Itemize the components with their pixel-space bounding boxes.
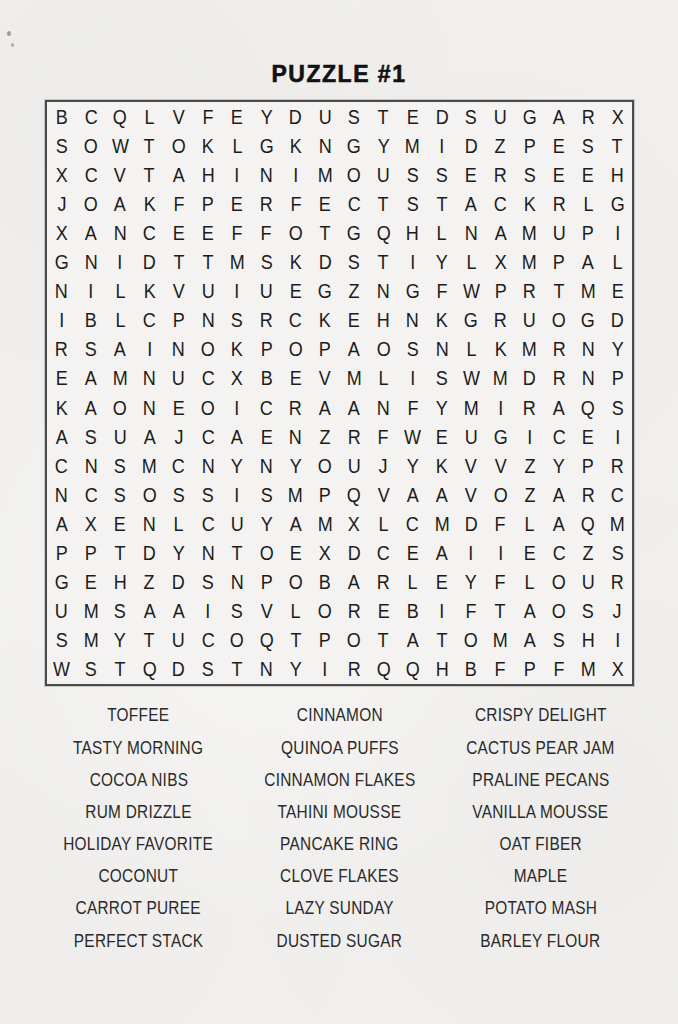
grid-cell: O [544, 597, 573, 626]
grid-cell: S [603, 393, 632, 422]
grid-cell: E [106, 509, 135, 538]
grid-cell: M [135, 451, 164, 480]
grid-cell: C [135, 306, 164, 335]
word-list-item: OAT FIBER [440, 836, 641, 854]
grid-cell: S [427, 364, 456, 393]
grid-cell: C [486, 189, 515, 218]
grid-cell: A [281, 509, 310, 538]
grid-cell: T [486, 597, 515, 626]
grid-cell: I [515, 422, 544, 451]
grid-cell: S [398, 189, 427, 218]
grid-cell: O [544, 306, 573, 335]
grid-cell: G [310, 277, 339, 306]
grid-cell: M [76, 597, 105, 626]
word-list-item: PANCAKE RING [239, 836, 440, 854]
grid-cell: S [164, 480, 193, 509]
grid-cell: E [281, 277, 310, 306]
grid-cell: J [164, 422, 193, 451]
grid-cell: Q [369, 218, 398, 247]
grid-cell: P [574, 451, 603, 480]
grid-cell: P [310, 626, 339, 655]
grid-cell: E [369, 597, 398, 626]
grid-cell: H [106, 568, 135, 597]
grid-cell: X [340, 509, 369, 538]
grid-cell: D [135, 248, 164, 277]
grid-cell: Y [427, 393, 456, 422]
grid-cell: E [574, 422, 603, 451]
grid-cell: Z [574, 539, 603, 568]
grid-cell: A [135, 597, 164, 626]
grid-cell: A [544, 393, 573, 422]
grid-cell: S [193, 480, 222, 509]
grid-cell: Y [457, 568, 486, 597]
grid-cell: T [223, 539, 252, 568]
grid-cell: Z [135, 568, 164, 597]
grid-cell: T [544, 277, 573, 306]
grid-cell: D [310, 248, 339, 277]
grid-cell: P [515, 131, 544, 160]
grid-cell: V [164, 102, 193, 131]
grid-cell: M [223, 248, 252, 277]
word-list-item: PERFECT STACK [38, 933, 239, 951]
grid-cell: S [193, 568, 222, 597]
grid-cell: K [281, 131, 310, 160]
grid-cell: E [281, 539, 310, 568]
word-search-grid: BCQLVFEYDUSTEDSUGARXSOWTOKLGKNGYMIDZPEST… [45, 100, 634, 686]
grid-cell: N [193, 306, 222, 335]
grid-cell: E [457, 160, 486, 189]
grid-cell: G [486, 422, 515, 451]
grid-cell: Y [398, 451, 427, 480]
grid-cell: C [193, 509, 222, 538]
grid-cell: O [76, 131, 105, 160]
grid-cell: R [603, 451, 632, 480]
paper-speck [7, 31, 11, 36]
grid-cell: W [47, 655, 76, 684]
grid-cell: M [574, 655, 603, 684]
grid-cell: R [544, 335, 573, 364]
grid-cell: E [515, 539, 544, 568]
grid-cell: X [47, 218, 76, 247]
grid-cell: N [252, 655, 281, 684]
grid-cell: R [544, 189, 573, 218]
grid-cell: T [427, 626, 456, 655]
grid-cell: I [603, 422, 632, 451]
grid-cell: C [76, 480, 105, 509]
grid-cell: X [47, 160, 76, 189]
grid-cell: M [603, 509, 632, 538]
grid-cell: W [398, 422, 427, 451]
grid-cell: I [427, 597, 456, 626]
grid-cell: P [603, 364, 632, 393]
grid-cell: A [544, 509, 573, 538]
grid-cell: M [310, 509, 339, 538]
grid-cell: U [515, 306, 544, 335]
grid-cell: D [164, 568, 193, 597]
grid-cell: T [369, 189, 398, 218]
grid-cell: P [47, 539, 76, 568]
grid-cell: C [193, 422, 222, 451]
grid-cell: U [223, 509, 252, 538]
grid-cell: S [193, 655, 222, 684]
grid-cell: U [193, 277, 222, 306]
grid-cell: M [281, 480, 310, 509]
grid-cell: S [398, 335, 427, 364]
grid-cell: I [135, 335, 164, 364]
grid-cell: T [135, 131, 164, 160]
grid-cell: D [457, 509, 486, 538]
word-list-item: COCONUT [38, 868, 239, 886]
grid-cell: X [223, 364, 252, 393]
grid-cell: R [486, 306, 515, 335]
grid-cell: S [544, 626, 573, 655]
word-list-item: CACTUS PEAR JAM [440, 740, 641, 758]
grid-cell: G [340, 131, 369, 160]
grid-cell: D [340, 539, 369, 568]
grid-cell: M [76, 626, 105, 655]
grid-cell: P [252, 568, 281, 597]
grid-cell: D [515, 364, 544, 393]
grid-cell: A [164, 597, 193, 626]
grid-cell: A [544, 102, 573, 131]
grid-cell: L [106, 277, 135, 306]
grid-cell: V [252, 597, 281, 626]
grid-cell: L [398, 568, 427, 597]
grid-cell: A [398, 480, 427, 509]
grid-cell: K [515, 189, 544, 218]
grid-cell: T [164, 248, 193, 277]
grid-cell: W [106, 131, 135, 160]
grid-cell: M [106, 364, 135, 393]
grid-cell: I [223, 393, 252, 422]
grid-cell: N [574, 335, 603, 364]
grid-cell: N [76, 248, 105, 277]
grid-cell: E [223, 189, 252, 218]
word-list-item: LAZY SUNDAY [239, 900, 440, 918]
grid-cell: K [427, 306, 456, 335]
grid-cell: O [76, 189, 105, 218]
puzzle-title: PUZZLE #1 [0, 61, 678, 88]
grid-cell: A [76, 393, 105, 422]
grid-cell: V [457, 480, 486, 509]
grid-cell: N [252, 160, 281, 189]
grid-cell: R [340, 422, 369, 451]
grid-cell: D [457, 131, 486, 160]
word-list-item: BARLEY FLOUR [440, 933, 641, 951]
grid-cell: Q [398, 655, 427, 684]
grid-cell: N [47, 277, 76, 306]
grid-cell: I [398, 364, 427, 393]
grid-cell: N [427, 335, 456, 364]
grid-cell: C [135, 218, 164, 247]
grid-cell: E [603, 277, 632, 306]
grid-cell: G [574, 306, 603, 335]
grid-cell: F [486, 655, 515, 684]
grid-cell: C [193, 626, 222, 655]
grid-cell: E [398, 539, 427, 568]
grid-cell: N [76, 451, 105, 480]
grid-cell: Y [427, 248, 456, 277]
grid-cell: Q [574, 509, 603, 538]
grid-cell: I [603, 218, 632, 247]
grid-cell: K [427, 451, 456, 480]
grid-cell: C [398, 509, 427, 538]
grid-cell: C [369, 539, 398, 568]
grid-cell: F [252, 218, 281, 247]
grid-cell: S [76, 422, 105, 451]
grid-cell: Z [310, 422, 339, 451]
grid-cell: B [252, 364, 281, 393]
grid-cell: N [106, 218, 135, 247]
grid-cell: U [47, 597, 76, 626]
grid-cell: S [603, 539, 632, 568]
grid-cell: C [340, 189, 369, 218]
grid-cell: S [106, 451, 135, 480]
grid-cell: G [47, 568, 76, 597]
grid-cell: U [252, 277, 281, 306]
grid-cell: A [340, 335, 369, 364]
grid-cell: Z [515, 480, 544, 509]
grid-cell: T [369, 248, 398, 277]
grid-cell: B [398, 597, 427, 626]
grid-cell: T [223, 655, 252, 684]
grid-cell: E [544, 160, 573, 189]
grid-cell: P [193, 189, 222, 218]
grid-cell: S [47, 626, 76, 655]
grid-cell: S [574, 131, 603, 160]
grid-cell: V [457, 451, 486, 480]
grid-cell: N [193, 539, 222, 568]
grid-cell: T [603, 131, 632, 160]
grid-cell: R [603, 568, 632, 597]
grid-cell: Y [223, 451, 252, 480]
grid-cell: A [340, 568, 369, 597]
word-list-item: QUINOA PUFFS [239, 740, 440, 758]
grid-cell: T [281, 626, 310, 655]
grid-cell: S [76, 335, 105, 364]
grid-cell: A [486, 218, 515, 247]
grid-cell: A [106, 189, 135, 218]
word-list-item: PRALINE PECANS [440, 772, 641, 790]
grid-cell: R [340, 655, 369, 684]
grid-cell: I [76, 277, 105, 306]
grid-cell: F [486, 509, 515, 538]
grid-cell: J [47, 189, 76, 218]
grid-cell: Q [135, 655, 164, 684]
grid-cell: K [135, 277, 164, 306]
grid-cell: F [369, 422, 398, 451]
grid-cell: G [603, 189, 632, 218]
grid-cell: S [106, 597, 135, 626]
grid-cell: Z [486, 131, 515, 160]
grid-cell: L [281, 597, 310, 626]
grid-cell: A [427, 539, 456, 568]
grid-cell: Y [281, 655, 310, 684]
grid-cell: R [252, 306, 281, 335]
grid-cell: E [544, 131, 573, 160]
grid-cell: N [369, 393, 398, 422]
grid-cell: A [76, 364, 105, 393]
grid-cell: R [486, 160, 515, 189]
grid-cell: F [457, 597, 486, 626]
grid-cell: N [164, 335, 193, 364]
grid-cell: K [135, 189, 164, 218]
grid-cell: E [340, 306, 369, 335]
grid-cell: M [398, 131, 427, 160]
word-list-item: MAPLE [440, 868, 641, 886]
word-list-item: CINNAMON FLAKES [239, 772, 440, 790]
grid-cell: X [603, 655, 632, 684]
grid-cell: S [47, 131, 76, 160]
grid-cell: M [486, 364, 515, 393]
grid-cell: R [574, 102, 603, 131]
grid-cell: E [193, 218, 222, 247]
grid-cell: H [574, 626, 603, 655]
grid-cell: S [76, 655, 105, 684]
grid-cell: J [603, 597, 632, 626]
grid-cell: S [252, 480, 281, 509]
grid-cell: E [252, 422, 281, 451]
grid-cell: H [369, 306, 398, 335]
grid-cell: J [369, 451, 398, 480]
grid-cell: X [603, 102, 632, 131]
grid-cell: L [515, 568, 544, 597]
grid-cell: A [515, 597, 544, 626]
grid-cell: G [398, 277, 427, 306]
grid-cell: C [544, 422, 573, 451]
grid-cell: Y [106, 626, 135, 655]
grid-cell: N [252, 451, 281, 480]
grid-cell: N [281, 422, 310, 451]
grid-cell: N [193, 451, 222, 480]
grid-cell: N [135, 364, 164, 393]
word-list-item: TAHINI MOUSSE [239, 804, 440, 822]
paper-speck [11, 43, 14, 47]
grid-cell: I [223, 480, 252, 509]
grid-cell: E [398, 102, 427, 131]
grid-cell: Q [369, 655, 398, 684]
grid-cell: O [223, 626, 252, 655]
grid-cell: R [515, 277, 544, 306]
grid-cell: L [574, 189, 603, 218]
grid-cell: R [252, 189, 281, 218]
grid-cell: L [369, 364, 398, 393]
grid-cell: N [398, 306, 427, 335]
grid-cell: E [427, 568, 456, 597]
grid-cell: A [515, 626, 544, 655]
grid-cell: B [76, 306, 105, 335]
grid-cell: T [106, 539, 135, 568]
grid-cell: D [135, 539, 164, 568]
grid-cell: P [544, 248, 573, 277]
grid-cell: R [369, 568, 398, 597]
grid-cell: E [281, 364, 310, 393]
grid-cell: M [340, 364, 369, 393]
grid-cell: W [457, 277, 486, 306]
grid-cell: P [252, 335, 281, 364]
grid-cell: C [603, 480, 632, 509]
grid-cell: S [106, 480, 135, 509]
grid-cell: N [135, 393, 164, 422]
grid-cell: O [310, 597, 339, 626]
grid-cell: F [486, 568, 515, 597]
grid-cell: T [310, 218, 339, 247]
grid-cell: S [398, 160, 427, 189]
grid-cell: C [47, 451, 76, 480]
grid-cell: H [193, 160, 222, 189]
grid-cell: G [515, 102, 544, 131]
grid-cell: I [427, 131, 456, 160]
grid-cell: O [486, 480, 515, 509]
word-list-item: TOFFEE [38, 707, 239, 725]
grid-cell: N [223, 568, 252, 597]
grid-cell: I [486, 393, 515, 422]
grid-cell: C [76, 160, 105, 189]
grid-cell: E [76, 568, 105, 597]
grid-cell: R [47, 335, 76, 364]
grid-cell: U [164, 626, 193, 655]
grid-cell: K [193, 131, 222, 160]
grid-cell: I [223, 277, 252, 306]
grid-cell: I [603, 626, 632, 655]
grid-cell: S [457, 102, 486, 131]
grid-cell: O [281, 335, 310, 364]
grid-cell: C [164, 451, 193, 480]
grid-cell: Q [340, 480, 369, 509]
grid-cell: M [310, 160, 339, 189]
word-list-item: CARROT PUREE [38, 900, 239, 918]
grid-cell: K [47, 393, 76, 422]
grid-cell: M [515, 335, 544, 364]
grid-cell: O [106, 393, 135, 422]
grid-cell: V [310, 364, 339, 393]
grid-cell: E [47, 364, 76, 393]
grid-cell: G [47, 248, 76, 277]
grid-cell: T [193, 248, 222, 277]
grid-cell: O [135, 480, 164, 509]
grid-cell: O [281, 568, 310, 597]
grid-cell: R [281, 393, 310, 422]
grid-cell: O [544, 568, 573, 597]
grid-cell: A [47, 422, 76, 451]
grid-cell: S [515, 160, 544, 189]
grid-cell: D [427, 102, 456, 131]
grid-cell: N [47, 480, 76, 509]
word-list: TOFFEECINNAMONCRISPY DELIGHTTASTY MORNIN… [38, 700, 641, 958]
grid-cell: F [193, 102, 222, 131]
grid-cell: K [310, 306, 339, 335]
grid-cell: K [223, 335, 252, 364]
grid-cell: D [281, 102, 310, 131]
grid-cell: T [106, 655, 135, 684]
grid-cell: P [574, 218, 603, 247]
grid-cell: A [574, 248, 603, 277]
grid-cell: S [252, 248, 281, 277]
grid-cell: Q [106, 102, 135, 131]
word-list-item: CINNAMON [239, 707, 440, 725]
grid-cell: R [340, 597, 369, 626]
grid-cell: A [340, 393, 369, 422]
grid-cell: L [457, 248, 486, 277]
grid-cell: Q [574, 393, 603, 422]
grid-cell: I [457, 539, 486, 568]
grid-cell: F [281, 189, 310, 218]
grid-cell: Y [369, 131, 398, 160]
grid-cell: U [457, 422, 486, 451]
grid-cell: R [544, 364, 573, 393]
grid-cell: T [369, 102, 398, 131]
grid-cell: E [223, 102, 252, 131]
